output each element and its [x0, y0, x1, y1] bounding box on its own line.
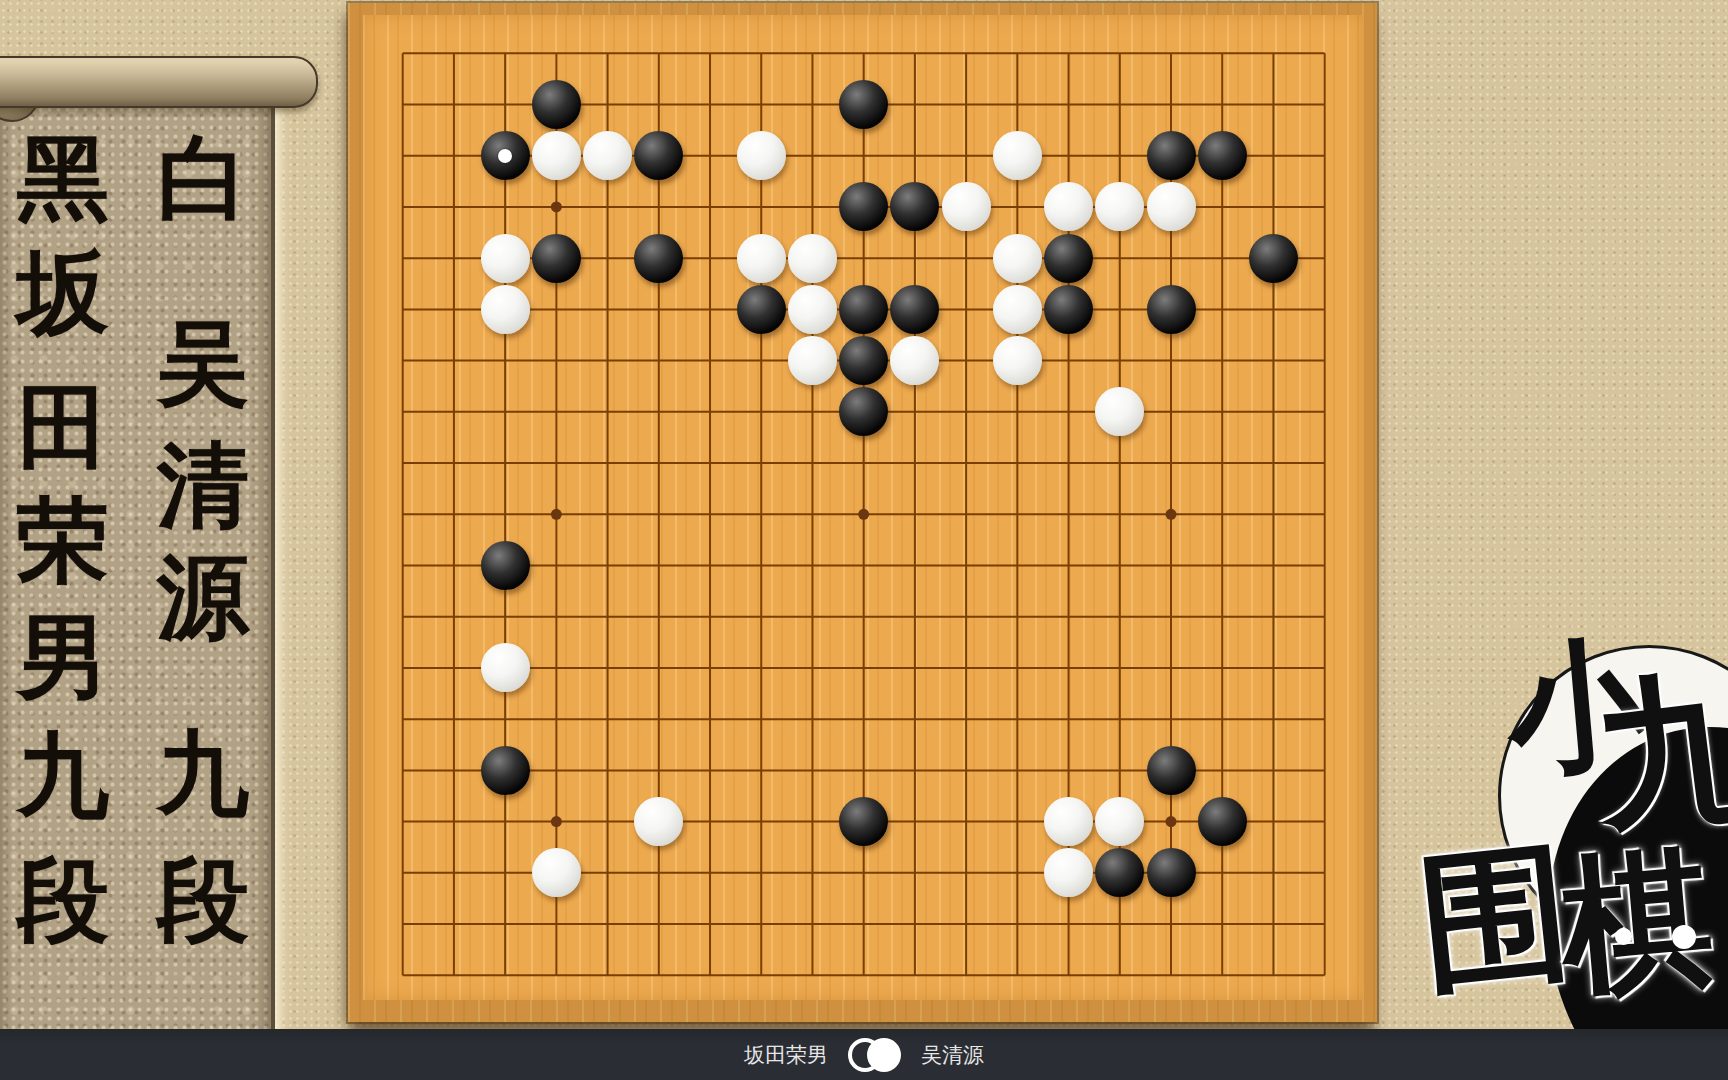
- bottom-bar: 坂田荣男 吴清源: [0, 1029, 1728, 1080]
- calligraphy-char: 黑: [15, 133, 111, 225]
- calligraphy-char: 坂: [15, 248, 111, 340]
- logo-char-qi: 棋: [1556, 842, 1719, 1005]
- scroll-column-black-player: 黑坂田荣男九段: [15, 0, 111, 1080]
- calligraphy-char: 段: [155, 855, 251, 947]
- calligraphy-char: 荣: [15, 495, 111, 587]
- scroll-column-white-player: 白吴清源九段: [155, 0, 251, 1080]
- app-logo: 小 九 围 棋: [1380, 560, 1728, 1029]
- calligraphy-char: 九: [155, 728, 251, 820]
- white-player-name: 吴清源: [921, 1041, 984, 1069]
- player-stone-toggle[interactable]: [848, 1038, 901, 1072]
- calligraphy-char: 九: [15, 730, 111, 822]
- black-player-name: 坂田荣男: [744, 1041, 828, 1069]
- calligraphy-char: 源: [155, 552, 251, 644]
- calligraphy-char: 田: [15, 382, 111, 474]
- logo-char-wei: 围: [1413, 836, 1578, 1001]
- go-board-surface[interactable]: [363, 15, 1363, 1000]
- calligraphy-char: 男: [15, 612, 111, 704]
- calligraphy-char: 清: [155, 440, 251, 532]
- logo-dot: [1615, 928, 1632, 945]
- white-stone-icon: [867, 1038, 901, 1072]
- calligraphy-char: 吴: [155, 318, 251, 410]
- calligraphy-char: 白: [155, 133, 251, 225]
- scroll-rod: [0, 56, 318, 108]
- logo-dot: [1672, 925, 1696, 949]
- go-app-screen: 白吴清源九段 黑坂田荣男九段 小 九 围 棋 坂田荣男 吴清源: [0, 0, 1728, 1080]
- logo-char-jiu: 九: [1586, 663, 1728, 844]
- calligraphy-char: 段: [15, 855, 111, 947]
